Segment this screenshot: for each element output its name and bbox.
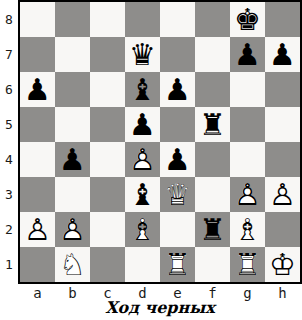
- square-c4[interactable]: [90, 142, 125, 177]
- square-f6[interactable]: [195, 72, 230, 107]
- white-pawn-b2: ♟♙: [55, 212, 90, 247]
- square-f8[interactable]: [195, 2, 230, 37]
- square-g4[interactable]: [230, 142, 265, 177]
- chess-board: ♚♛♟♟♟♝♟♟♜♟♟♙♟♝♛♕♟♙♟♙♟♙♟♙♝♗♜♝♗♞♘♜♖♜♖♚♔: [18, 0, 302, 284]
- square-e1[interactable]: ♜♖: [160, 247, 195, 282]
- square-h8[interactable]: [265, 2, 300, 37]
- square-c5[interactable]: [90, 107, 125, 142]
- square-f4[interactable]: [195, 142, 230, 177]
- square-e5[interactable]: [160, 107, 195, 142]
- rank-label-4: 4: [0, 142, 18, 177]
- black-bishop-d3: ♝: [125, 177, 160, 212]
- square-a6[interactable]: ♟: [20, 72, 55, 107]
- square-b4[interactable]: ♟: [55, 142, 90, 177]
- square-a2[interactable]: ♟♙: [20, 212, 55, 247]
- square-f7[interactable]: [195, 37, 230, 72]
- square-a8[interactable]: [20, 2, 55, 37]
- square-h7[interactable]: ♟: [265, 37, 300, 72]
- white-pawn-a2: ♟♙: [20, 212, 55, 247]
- square-g1[interactable]: ♜♖: [230, 247, 265, 282]
- square-h4[interactable]: [265, 142, 300, 177]
- square-c1[interactable]: [90, 247, 125, 282]
- white-pawn-h3: ♟♙: [265, 177, 300, 212]
- square-b6[interactable]: [55, 72, 90, 107]
- square-d8[interactable]: [125, 2, 160, 37]
- rank-label-7: 7: [0, 37, 18, 72]
- black-queen-d7: ♛: [125, 37, 160, 72]
- black-king-g8: ♚: [230, 2, 265, 37]
- black-pawn-g7: ♟: [230, 37, 265, 72]
- square-h2[interactable]: [265, 212, 300, 247]
- square-g7[interactable]: ♟: [230, 37, 265, 72]
- square-g5[interactable]: [230, 107, 265, 142]
- black-rook-f5: ♜: [195, 107, 230, 142]
- square-c2[interactable]: [90, 212, 125, 247]
- white-knight-b1: ♞♘: [55, 247, 90, 282]
- black-pawn-e6: ♟: [160, 72, 195, 107]
- black-bishop-d6: ♝: [125, 72, 160, 107]
- square-f2[interactable]: ♜: [195, 212, 230, 247]
- square-a1[interactable]: [20, 247, 55, 282]
- square-g2[interactable]: ♝♗: [230, 212, 265, 247]
- white-king-h1: ♚♔: [265, 247, 300, 282]
- square-e2[interactable]: [160, 212, 195, 247]
- square-a5[interactable]: [20, 107, 55, 142]
- rank-label-5: 5: [0, 107, 18, 142]
- square-f1[interactable]: [195, 247, 230, 282]
- white-bishop-d2: ♝♗: [125, 212, 160, 247]
- square-b3[interactable]: [55, 177, 90, 212]
- white-rook-g1: ♜♖: [230, 247, 265, 282]
- square-c3[interactable]: [90, 177, 125, 212]
- square-g6[interactable]: [230, 72, 265, 107]
- black-pawn-a6: ♟: [20, 72, 55, 107]
- rank-label-2: 2: [0, 212, 18, 247]
- square-a4[interactable]: [20, 142, 55, 177]
- square-c7[interactable]: [90, 37, 125, 72]
- black-pawn-h7: ♟: [265, 37, 300, 72]
- square-f3[interactable]: [195, 177, 230, 212]
- black-pawn-d5: ♟: [125, 107, 160, 142]
- square-h1[interactable]: ♚♔: [265, 247, 300, 282]
- black-pawn-e4: ♟: [160, 142, 195, 177]
- white-pawn-d4: ♟♙: [125, 142, 160, 177]
- square-e4[interactable]: ♟: [160, 142, 195, 177]
- square-d2[interactable]: ♝♗: [125, 212, 160, 247]
- white-queen-e3: ♛♕: [160, 177, 195, 212]
- white-rook-e1: ♜♖: [160, 247, 195, 282]
- rank-label-1: 1: [0, 247, 18, 282]
- square-d6[interactable]: ♝: [125, 72, 160, 107]
- square-b2[interactable]: ♟♙: [55, 212, 90, 247]
- square-d1[interactable]: [125, 247, 160, 282]
- square-e6[interactable]: ♟: [160, 72, 195, 107]
- square-h5[interactable]: [265, 107, 300, 142]
- square-b1[interactable]: ♞♘: [55, 247, 90, 282]
- square-f5[interactable]: ♜: [195, 107, 230, 142]
- square-a3[interactable]: [20, 177, 55, 212]
- square-c6[interactable]: [90, 72, 125, 107]
- white-pawn-g3: ♟♙: [230, 177, 265, 212]
- square-a7[interactable]: [20, 37, 55, 72]
- square-d3[interactable]: ♝: [125, 177, 160, 212]
- black-pawn-b4: ♟: [55, 142, 90, 177]
- square-e3[interactable]: ♛♕: [160, 177, 195, 212]
- square-b5[interactable]: [55, 107, 90, 142]
- rank-label-8: 8: [0, 2, 18, 37]
- square-g8[interactable]: ♚: [230, 2, 265, 37]
- square-e7[interactable]: [160, 37, 195, 72]
- black-rook-f2: ♜: [195, 212, 230, 247]
- square-h6[interactable]: [265, 72, 300, 107]
- rank-label-6: 6: [0, 72, 18, 107]
- square-h3[interactable]: ♟♙: [265, 177, 300, 212]
- square-d4[interactable]: ♟♙: [125, 142, 160, 177]
- rank-labels: 87654321: [0, 2, 18, 282]
- square-d7[interactable]: ♛: [125, 37, 160, 72]
- move-indicator: Ход черных: [18, 298, 302, 317]
- square-b8[interactable]: [55, 2, 90, 37]
- square-g3[interactable]: ♟♙: [230, 177, 265, 212]
- rank-label-3: 3: [0, 177, 18, 212]
- square-e8[interactable]: [160, 2, 195, 37]
- white-bishop-g2: ♝♗: [230, 212, 265, 247]
- chess-diagram: 87654321 ♚♛♟♟♟♝♟♟♜♟♟♙♟♝♛♕♟♙♟♙♟♙♟♙♝♗♜♝♗♞♘…: [0, 0, 302, 320]
- square-c8[interactable]: [90, 2, 125, 37]
- square-b7[interactable]: [55, 37, 90, 72]
- square-d5[interactable]: ♟: [125, 107, 160, 142]
